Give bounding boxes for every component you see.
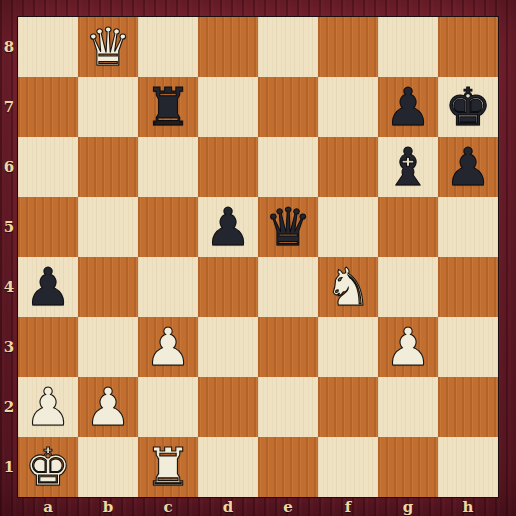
square-b4[interactable]: [78, 257, 138, 317]
rank-label-6: 6: [0, 137, 18, 197]
square-e6[interactable]: [258, 137, 318, 197]
square-g6[interactable]: ♝: [378, 137, 438, 197]
square-a2[interactable]: ♟: [18, 377, 78, 437]
rank-label-4: 4: [0, 257, 18, 317]
square-f1[interactable]: [318, 437, 378, 497]
file-label-b: b: [78, 497, 138, 516]
square-e3[interactable]: [258, 317, 318, 377]
rank-label-1: 1: [0, 437, 18, 497]
square-d7[interactable]: [198, 77, 258, 137]
square-g1[interactable]: [378, 437, 438, 497]
square-d3[interactable]: [198, 317, 258, 377]
piece-black-king[interactable]: ♚: [445, 77, 492, 137]
square-a5[interactable]: [18, 197, 78, 257]
square-e1[interactable]: [258, 437, 318, 497]
piece-black-bishop[interactable]: ♝: [385, 137, 432, 197]
square-d6[interactable]: [198, 137, 258, 197]
piece-white-queen[interactable]: ♛: [85, 17, 132, 77]
square-c6[interactable]: [138, 137, 198, 197]
square-e2[interactable]: [258, 377, 318, 437]
square-c2[interactable]: [138, 377, 198, 437]
square-c7[interactable]: ♜: [138, 77, 198, 137]
file-label-d: d: [198, 497, 258, 516]
rank-label-8: 8: [0, 17, 18, 77]
piece-black-pawn[interactable]: ♟: [445, 137, 492, 197]
square-d4[interactable]: [198, 257, 258, 317]
file-label-c: c: [138, 497, 198, 516]
square-e8[interactable]: [258, 17, 318, 77]
square-b5[interactable]: [78, 197, 138, 257]
square-f4[interactable]: ♞: [318, 257, 378, 317]
square-h3[interactable]: [438, 317, 498, 377]
square-c1[interactable]: ♜: [138, 437, 198, 497]
square-b3[interactable]: [78, 317, 138, 377]
square-c5[interactable]: [138, 197, 198, 257]
rank-label-2: 2: [0, 377, 18, 437]
square-h8[interactable]: [438, 17, 498, 77]
square-g8[interactable]: [378, 17, 438, 77]
piece-black-pawn[interactable]: ♟: [385, 77, 432, 137]
piece-white-pawn[interactable]: ♟: [385, 317, 432, 377]
file-label-h: h: [438, 497, 498, 516]
square-d1[interactable]: [198, 437, 258, 497]
square-d2[interactable]: [198, 377, 258, 437]
piece-white-pawn[interactable]: ♟: [145, 317, 192, 377]
square-c8[interactable]: [138, 17, 198, 77]
piece-white-rook[interactable]: ♜: [145, 437, 192, 497]
square-f5[interactable]: [318, 197, 378, 257]
square-h7[interactable]: ♚: [438, 77, 498, 137]
square-g5[interactable]: [378, 197, 438, 257]
square-h1[interactable]: [438, 437, 498, 497]
square-e4[interactable]: [258, 257, 318, 317]
square-g2[interactable]: [378, 377, 438, 437]
square-h4[interactable]: [438, 257, 498, 317]
piece-black-pawn[interactable]: ♟: [205, 197, 252, 257]
square-e7[interactable]: [258, 77, 318, 137]
piece-white-pawn[interactable]: ♟: [25, 377, 72, 437]
square-f8[interactable]: [318, 17, 378, 77]
square-g3[interactable]: ♟: [378, 317, 438, 377]
square-a6[interactable]: [18, 137, 78, 197]
square-e5[interactable]: ♛: [258, 197, 318, 257]
square-b2[interactable]: ♟: [78, 377, 138, 437]
square-f7[interactable]: [318, 77, 378, 137]
chess-board: ♛♜♟♚♝♟♟♛♟♞♟♟♟♟♚♜: [18, 17, 498, 497]
file-label-a: a: [18, 497, 78, 516]
piece-black-pawn[interactable]: ♟: [25, 257, 72, 317]
square-f6[interactable]: [318, 137, 378, 197]
rank-label-7: 7: [0, 77, 18, 137]
square-b6[interactable]: [78, 137, 138, 197]
rank-label-3: 3: [0, 317, 18, 377]
square-a7[interactable]: [18, 77, 78, 137]
square-f3[interactable]: [318, 317, 378, 377]
piece-black-queen[interactable]: ♛: [265, 197, 312, 257]
square-h6[interactable]: ♟: [438, 137, 498, 197]
board-frame: ♛♜♟♚♝♟♟♛♟♞♟♟♟♟♚♜ 87654321abcdefgh: [0, 0, 516, 516]
square-a4[interactable]: ♟: [18, 257, 78, 317]
square-c4[interactable]: [138, 257, 198, 317]
piece-white-king[interactable]: ♚: [25, 437, 72, 497]
piece-white-pawn[interactable]: ♟: [85, 377, 132, 437]
rank-label-5: 5: [0, 197, 18, 257]
piece-white-knight[interactable]: ♞: [325, 257, 372, 317]
square-c3[interactable]: ♟: [138, 317, 198, 377]
square-h2[interactable]: [438, 377, 498, 437]
square-a1[interactable]: ♚: [18, 437, 78, 497]
square-b1[interactable]: [78, 437, 138, 497]
square-b7[interactable]: [78, 77, 138, 137]
square-d8[interactable]: [198, 17, 258, 77]
square-f2[interactable]: [318, 377, 378, 437]
square-g4[interactable]: [378, 257, 438, 317]
square-h5[interactable]: [438, 197, 498, 257]
square-b8[interactable]: ♛: [78, 17, 138, 77]
file-label-e: e: [258, 497, 318, 516]
file-label-g: g: [378, 497, 438, 516]
square-g7[interactable]: ♟: [378, 77, 438, 137]
piece-black-rook[interactable]: ♜: [145, 77, 192, 137]
file-label-f: f: [318, 497, 378, 516]
square-a3[interactable]: [18, 317, 78, 377]
square-a8[interactable]: [18, 17, 78, 77]
square-d5[interactable]: ♟: [198, 197, 258, 257]
